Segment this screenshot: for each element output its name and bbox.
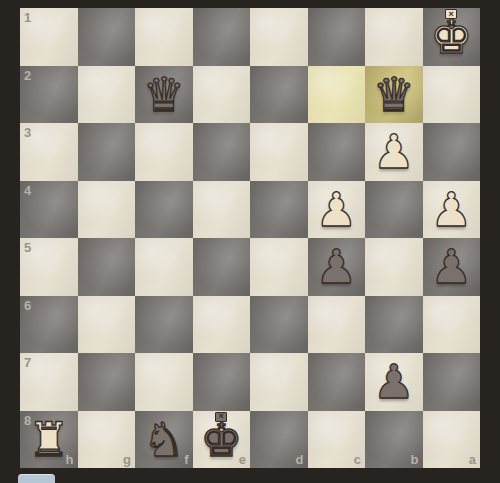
boxed-x-icon: × [445,9,457,19]
square-g2[interactable] [78,66,136,124]
square-e6[interactable] [193,296,251,354]
file-label-a: a [469,453,476,466]
square-f4[interactable] [135,181,193,239]
piece-black-pawn[interactable]: ♟ [315,243,357,290]
square-c5[interactable]: ♟ [308,238,366,296]
square-d2[interactable] [250,66,308,124]
square-h8[interactable]: 8h♜ [20,411,78,469]
square-f5[interactable] [135,238,193,296]
square-f2[interactable]: ♛ [135,66,193,124]
file-label-g: g [123,453,131,466]
square-b8[interactable]: b [365,411,423,469]
square-c1[interactable] [308,8,366,66]
square-c3[interactable] [308,123,366,181]
square-h4[interactable]: 4 [20,181,78,239]
square-g1[interactable] [78,8,136,66]
square-b1[interactable] [365,8,423,66]
square-b6[interactable] [365,296,423,354]
rank-label-1: 1 [24,11,31,24]
square-b7[interactable]: ♟ [365,353,423,411]
rank-label-5: 5 [24,241,31,254]
square-d1[interactable] [250,8,308,66]
square-d3[interactable] [250,123,308,181]
rank-label-4: 4 [24,184,31,197]
piece-black-queen[interactable]: ♛ [143,71,185,118]
rank-label-2: 2 [24,69,31,82]
square-g7[interactable] [78,353,136,411]
square-a6[interactable] [423,296,481,354]
square-a8[interactable]: a [423,411,481,469]
square-b3[interactable]: ♟ [365,123,423,181]
square-g5[interactable] [78,238,136,296]
square-d8[interactable]: d [250,411,308,469]
square-g3[interactable] [78,123,136,181]
piece-white-king[interactable]: ♚ [430,13,472,60]
bottom-left-partial-button[interactable] [18,474,55,483]
boxed-x-icon: × [215,412,227,422]
square-f6[interactable] [135,296,193,354]
board[interactable]: 1♚×2♛♛3♟4♟♟5♟♟67♟8h♜gf♞e♚×dcba [20,8,480,468]
rank-label-7: 7 [24,356,31,369]
square-a4[interactable]: ♟ [423,181,481,239]
square-h6[interactable]: 6 [20,296,78,354]
square-e7[interactable] [193,353,251,411]
square-g6[interactable] [78,296,136,354]
square-a5[interactable]: ♟ [423,238,481,296]
square-h7[interactable]: 7 [20,353,78,411]
square-e1[interactable] [193,8,251,66]
square-f7[interactable] [135,353,193,411]
rank-label-6: 6 [24,299,31,312]
piece-black-knight[interactable]: ♞ [143,416,185,463]
square-d6[interactable] [250,296,308,354]
square-d5[interactable] [250,238,308,296]
square-e8[interactable]: e♚× [193,411,251,469]
square-c4[interactable]: ♟ [308,181,366,239]
piece-white-pawn[interactable]: ♟ [373,128,415,175]
square-h2[interactable]: 2 [20,66,78,124]
piece-white-rook[interactable]: ♜ [28,416,70,463]
piece-black-pawn[interactable]: ♟ [430,243,472,290]
chess-app-stage: 1♚×2♛♛3♟4♟♟5♟♟67♟8h♜gf♞e♚×dcba [0,0,500,483]
square-g8[interactable]: g [78,411,136,469]
square-c2[interactable] [308,66,366,124]
piece-white-pawn[interactable]: ♟ [430,186,472,233]
square-h3[interactable]: 3 [20,123,78,181]
square-d4[interactable] [250,181,308,239]
square-c7[interactable] [308,353,366,411]
square-e4[interactable] [193,181,251,239]
rank-label-3: 3 [24,126,31,139]
piece-black-queen[interactable]: ♛ [373,71,415,118]
square-e5[interactable] [193,238,251,296]
square-a3[interactable] [423,123,481,181]
piece-white-pawn[interactable]: ♟ [315,186,357,233]
square-g4[interactable] [78,181,136,239]
file-label-b: b [411,453,419,466]
square-e2[interactable] [193,66,251,124]
square-f8[interactable]: f♞ [135,411,193,469]
square-b4[interactable] [365,181,423,239]
square-b2[interactable]: ♛ [365,66,423,124]
square-d7[interactable] [250,353,308,411]
square-a1[interactable]: ♚× [423,8,481,66]
square-e3[interactable] [193,123,251,181]
square-b5[interactable] [365,238,423,296]
file-label-c: c [354,453,361,466]
square-c8[interactable]: c [308,411,366,469]
square-h5[interactable]: 5 [20,238,78,296]
square-a2[interactable] [423,66,481,124]
square-a7[interactable] [423,353,481,411]
square-c6[interactable] [308,296,366,354]
file-label-d: d [296,453,304,466]
piece-black-pawn[interactable]: ♟ [373,358,415,405]
square-f1[interactable] [135,8,193,66]
piece-black-king[interactable]: ♚ [200,416,242,463]
square-f3[interactable] [135,123,193,181]
square-h1[interactable]: 1 [20,8,78,66]
